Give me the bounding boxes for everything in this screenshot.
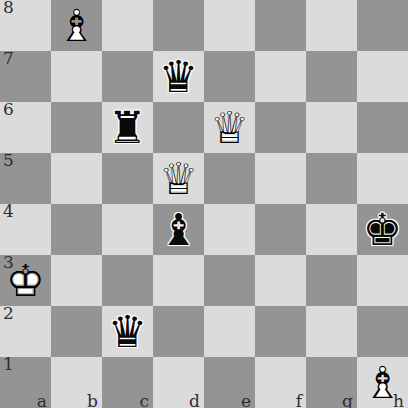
square-e6[interactable]: ♛♕ xyxy=(204,102,255,153)
piece-outline-layer: ♗ xyxy=(51,0,102,51)
square-c1[interactable]: c xyxy=(102,357,153,408)
square-g6[interactable] xyxy=(306,102,357,153)
piece-outline-layer: ♕ xyxy=(204,102,255,153)
square-d6[interactable] xyxy=(153,102,204,153)
square-g2[interactable] xyxy=(306,306,357,357)
square-g7[interactable] xyxy=(306,51,357,102)
white-queen[interactable]: ♛♕ xyxy=(153,153,204,204)
square-c5[interactable] xyxy=(102,153,153,204)
square-e4[interactable] xyxy=(204,204,255,255)
piece-fill-layer: ♚ xyxy=(357,204,408,255)
square-c2[interactable]: ♛ xyxy=(102,306,153,357)
square-f5[interactable] xyxy=(255,153,306,204)
white-king[interactable]: ♚♔ xyxy=(0,255,51,306)
piece-fill-layer: ♝ xyxy=(153,204,204,255)
file-label-b: b xyxy=(87,391,98,408)
square-a1[interactable]: 1a xyxy=(0,357,51,408)
square-a6[interactable]: 6 xyxy=(0,102,51,153)
square-b2[interactable] xyxy=(51,306,102,357)
square-e1[interactable]: e xyxy=(204,357,255,408)
white-bishop[interactable]: ♝♗ xyxy=(51,0,102,51)
piece-outline-layer: ♕ xyxy=(153,153,204,204)
square-h6[interactable] xyxy=(357,102,408,153)
square-b7[interactable] xyxy=(51,51,102,102)
square-b6[interactable] xyxy=(51,102,102,153)
piece-outline-layer: ♔ xyxy=(0,255,51,306)
black-bishop[interactable]: ♝ xyxy=(153,204,204,255)
square-c4[interactable] xyxy=(102,204,153,255)
piece-fill-layer: ♛ xyxy=(153,51,204,102)
square-e5[interactable] xyxy=(204,153,255,204)
file-label-d: d xyxy=(189,391,200,408)
rank-label-6: 6 xyxy=(3,99,14,119)
square-h1[interactable]: h♝♗ xyxy=(357,357,408,408)
piece-outline-layer: ♗ xyxy=(357,357,408,408)
square-e3[interactable] xyxy=(204,255,255,306)
file-label-a: a xyxy=(37,391,47,408)
rank-label-5: 5 xyxy=(3,150,14,170)
square-f3[interactable] xyxy=(255,255,306,306)
chess-board: 8♝♗7♛6♜♛♕5♛♕4♝♚3♚♔2♛1abcdefgh♝♗ xyxy=(0,0,408,408)
rank-label-7: 7 xyxy=(3,48,14,68)
square-f1[interactable]: f xyxy=(255,357,306,408)
square-d8[interactable] xyxy=(153,0,204,51)
rank-label-2: 2 xyxy=(3,303,14,323)
square-a2[interactable]: 2 xyxy=(0,306,51,357)
square-d7[interactable]: ♛ xyxy=(153,51,204,102)
square-b4[interactable] xyxy=(51,204,102,255)
square-e2[interactable] xyxy=(204,306,255,357)
square-g1[interactable]: g xyxy=(306,357,357,408)
square-a3[interactable]: 3♚♔ xyxy=(0,255,51,306)
square-b5[interactable] xyxy=(51,153,102,204)
square-h2[interactable] xyxy=(357,306,408,357)
square-f2[interactable] xyxy=(255,306,306,357)
square-e7[interactable] xyxy=(204,51,255,102)
black-queen[interactable]: ♛ xyxy=(153,51,204,102)
square-g4[interactable] xyxy=(306,204,357,255)
square-f8[interactable] xyxy=(255,0,306,51)
rank-label-4: 4 xyxy=(3,201,14,221)
file-label-f: f xyxy=(296,391,302,408)
black-rook[interactable]: ♜ xyxy=(102,102,153,153)
square-c3[interactable] xyxy=(102,255,153,306)
square-d5[interactable]: ♛♕ xyxy=(153,153,204,204)
piece-fill-layer: ♜ xyxy=(102,102,153,153)
square-b8[interactable]: ♝♗ xyxy=(51,0,102,51)
square-e8[interactable] xyxy=(204,0,255,51)
square-f6[interactable] xyxy=(255,102,306,153)
square-f7[interactable] xyxy=(255,51,306,102)
square-c7[interactable] xyxy=(102,51,153,102)
rank-label-8: 8 xyxy=(3,0,14,17)
square-h7[interactable] xyxy=(357,51,408,102)
black-king[interactable]: ♚ xyxy=(357,204,408,255)
file-label-g: g xyxy=(342,391,353,408)
square-a7[interactable]: 7 xyxy=(0,51,51,102)
square-f4[interactable] xyxy=(255,204,306,255)
square-b1[interactable]: b xyxy=(51,357,102,408)
white-queen[interactable]: ♛♕ xyxy=(204,102,255,153)
square-d4[interactable]: ♝ xyxy=(153,204,204,255)
square-a8[interactable]: 8 xyxy=(0,0,51,51)
square-d3[interactable] xyxy=(153,255,204,306)
square-g5[interactable] xyxy=(306,153,357,204)
black-queen[interactable]: ♛ xyxy=(102,306,153,357)
rank-label-1: 1 xyxy=(3,354,14,374)
square-b3[interactable] xyxy=(51,255,102,306)
square-c6[interactable]: ♜ xyxy=(102,102,153,153)
file-label-c: c xyxy=(139,391,149,408)
piece-fill-layer: ♛ xyxy=(102,306,153,357)
square-h8[interactable] xyxy=(357,0,408,51)
square-c8[interactable] xyxy=(102,0,153,51)
square-a5[interactable]: 5 xyxy=(0,153,51,204)
square-h4[interactable]: ♚ xyxy=(357,204,408,255)
square-d1[interactable]: d xyxy=(153,357,204,408)
square-h5[interactable] xyxy=(357,153,408,204)
file-label-e: e xyxy=(241,391,251,408)
white-bishop[interactable]: ♝♗ xyxy=(357,357,408,408)
square-h3[interactable] xyxy=(357,255,408,306)
square-d2[interactable] xyxy=(153,306,204,357)
square-a4[interactable]: 4 xyxy=(0,204,51,255)
square-g3[interactable] xyxy=(306,255,357,306)
square-g8[interactable] xyxy=(306,0,357,51)
